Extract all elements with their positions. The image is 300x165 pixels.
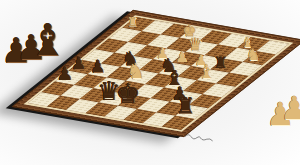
- signature-squiggle-icon: [183, 131, 214, 144]
- maker-signature: [183, 127, 215, 148]
- captured-white-pawn: ♟: [280, 92, 300, 124]
- chess-photo-scene: ♟♟♝ ♜♚♝♛♞♟♟♟♜♞♞♝♟♟♞♝♟♟♛♚♜ ♟♟: [0, 0, 300, 165]
